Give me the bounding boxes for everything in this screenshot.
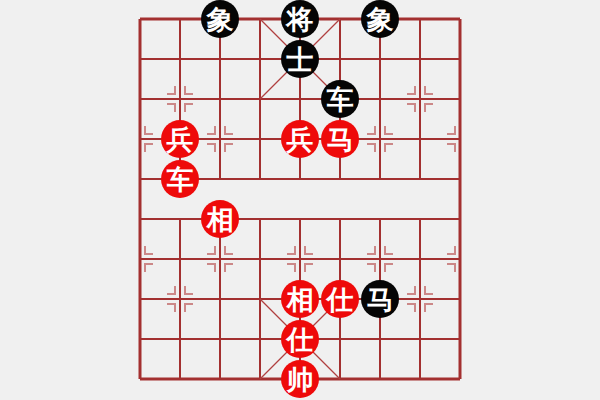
piece-glyph: 车	[327, 86, 354, 113]
piece-red-elephant[interactable]: 相	[281, 280, 319, 318]
piece-glyph: 仕	[287, 326, 314, 353]
piece-grid[interactable]: 象将象士车兵兵马车相相仕马仕帅	[120, 0, 480, 399]
piece-black-general[interactable]: 将	[281, 0, 319, 38]
piece-black-elephant[interactable]: 象	[361, 0, 399, 38]
piece-glyph: 将	[287, 6, 314, 33]
piece-red-advisor[interactable]: 仕	[321, 280, 359, 318]
piece-glyph: 相	[287, 286, 314, 313]
piece-glyph: 马	[367, 286, 394, 313]
piece-black-elephant[interactable]: 象	[201, 0, 239, 38]
piece-red-general[interactable]: 帅	[281, 360, 319, 398]
piece-red-soldier[interactable]: 兵	[281, 120, 319, 158]
piece-glyph: 兵	[287, 126, 314, 153]
xiangqi-board: 象将象士车兵兵马车相相仕马仕帅	[0, 0, 600, 400]
piece-black-horse[interactable]: 马	[361, 280, 399, 318]
piece-black-advisor[interactable]: 士	[281, 40, 319, 78]
piece-glyph: 象	[367, 6, 394, 33]
piece-glyph: 象	[207, 6, 234, 33]
piece-red-soldier[interactable]: 兵	[161, 120, 199, 158]
piece-red-advisor[interactable]: 仕	[281, 320, 319, 358]
piece-red-elephant[interactable]: 相	[201, 200, 239, 238]
piece-glyph: 相	[207, 206, 234, 233]
piece-glyph: 士	[287, 46, 314, 73]
piece-glyph: 车	[167, 166, 194, 193]
piece-red-chariot[interactable]: 车	[161, 160, 199, 198]
piece-black-chariot[interactable]: 车	[321, 80, 359, 118]
piece-glyph: 帅	[287, 366, 314, 393]
piece-glyph: 仕	[327, 286, 354, 313]
piece-glyph: 马	[327, 126, 354, 153]
piece-glyph: 兵	[167, 126, 194, 153]
piece-red-horse[interactable]: 马	[321, 120, 359, 158]
